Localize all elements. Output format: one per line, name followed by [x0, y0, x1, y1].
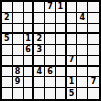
cell-r1c6: 1 [56, 2, 67, 13]
cell-r7c4: 4 [34, 67, 45, 78]
cell-r9c7: 5 [67, 88, 78, 99]
cell-r3c5[interactable] [45, 24, 56, 35]
cell-r9c9[interactable] [88, 88, 99, 99]
cell-r8c8[interactable] [77, 77, 88, 88]
cell-r5c9[interactable] [88, 45, 99, 56]
cell-r3c1[interactable] [2, 24, 13, 35]
cell-r7c1[interactable] [2, 67, 13, 78]
sudoku-board: 71245126378469175 [0, 0, 101, 101]
cell-r3c4[interactable] [34, 24, 45, 35]
cell-r4c6[interactable] [56, 34, 67, 45]
cell-r6c1[interactable] [2, 56, 13, 67]
cell-r3c2[interactable] [13, 24, 24, 35]
cell-r8c5[interactable] [45, 77, 56, 88]
cell-r7c8[interactable] [77, 67, 88, 78]
cell-r8c3[interactable] [24, 77, 35, 88]
cell-r9c5[interactable] [45, 88, 56, 99]
cell-r1c2[interactable] [13, 2, 24, 13]
cell-r6c4[interactable] [34, 56, 45, 67]
cell-r5c6[interactable] [56, 45, 67, 56]
cell-r2c3[interactable] [24, 13, 35, 24]
cell-r5c7[interactable] [67, 45, 78, 56]
cell-r9c2[interactable] [13, 88, 24, 99]
cell-r2c8: 4 [77, 13, 88, 24]
cell-r8c9: 7 [88, 77, 99, 88]
cell-r2c6[interactable] [56, 13, 67, 24]
cell-r1c3[interactable] [24, 2, 35, 13]
cell-r4c7[interactable] [67, 34, 78, 45]
cell-r6c7: 7 [67, 56, 78, 67]
cell-r1c7[interactable] [67, 2, 78, 13]
cell-r6c8[interactable] [77, 56, 88, 67]
cell-r1c8[interactable] [77, 2, 88, 13]
cell-r8c2: 9 [13, 77, 24, 88]
cell-r4c4: 2 [34, 34, 45, 45]
cell-r7c3[interactable] [24, 67, 35, 78]
cell-r5c2[interactable] [13, 45, 24, 56]
cell-r4c1: 5 [2, 34, 13, 45]
cell-r3c6[interactable] [56, 24, 67, 35]
cell-r7c6[interactable] [56, 67, 67, 78]
cell-r4c2[interactable] [13, 34, 24, 45]
cell-r6c6[interactable] [56, 56, 67, 67]
cell-r8c4[interactable] [34, 77, 45, 88]
cell-r4c9[interactable] [88, 34, 99, 45]
cell-r5c8[interactable] [77, 45, 88, 56]
cell-r7c5: 6 [45, 67, 56, 78]
cell-r5c5[interactable] [45, 45, 56, 56]
cell-r6c9[interactable] [88, 56, 99, 67]
cell-r5c1[interactable] [2, 45, 13, 56]
cell-r3c7[interactable] [67, 24, 78, 35]
cell-r8c7: 1 [67, 77, 78, 88]
cell-r1c9[interactable] [88, 2, 99, 13]
cell-r5c4: 3 [34, 45, 45, 56]
cell-r4c3: 1 [24, 34, 35, 45]
cell-r8c6[interactable] [56, 77, 67, 88]
cell-r2c9[interactable] [88, 13, 99, 24]
cell-r6c5[interactable] [45, 56, 56, 67]
cell-r9c8[interactable] [77, 88, 88, 99]
cell-r2c5[interactable] [45, 13, 56, 24]
cell-r4c8[interactable] [77, 34, 88, 45]
cell-r6c2[interactable] [13, 56, 24, 67]
cell-r6c3[interactable] [24, 56, 35, 67]
cell-r1c5: 7 [45, 2, 56, 13]
cell-r9c3[interactable] [24, 88, 35, 99]
cell-r7c9[interactable] [88, 67, 99, 78]
cell-r8c1[interactable] [2, 77, 13, 88]
cell-r1c1[interactable] [2, 2, 13, 13]
cell-r7c7[interactable] [67, 67, 78, 78]
cell-r1c4[interactable] [34, 2, 45, 13]
cell-r9c4[interactable] [34, 88, 45, 99]
cell-r9c6[interactable] [56, 88, 67, 99]
cell-r4c5[interactable] [45, 34, 56, 45]
cell-r2c4[interactable] [34, 13, 45, 24]
cell-r3c9[interactable] [88, 24, 99, 35]
cell-r3c3[interactable] [24, 24, 35, 35]
cell-r3c8[interactable] [77, 24, 88, 35]
cell-r7c2: 8 [13, 67, 24, 78]
cell-r2c2[interactable] [13, 13, 24, 24]
cell-r2c7[interactable] [67, 13, 78, 24]
cell-r2c1: 2 [2, 13, 13, 24]
cell-r5c3: 6 [24, 45, 35, 56]
cell-r9c1[interactable] [2, 88, 13, 99]
